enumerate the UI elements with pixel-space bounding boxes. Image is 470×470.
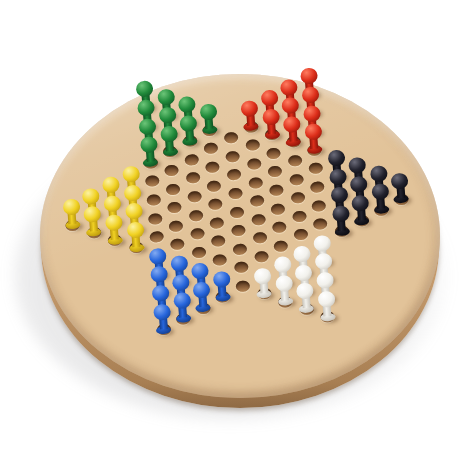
peg-white-c10-r10[interactable]: [274, 275, 294, 306]
hole-c9-r6[interactable]: [252, 232, 267, 244]
peg-head: [254, 267, 272, 284]
peg-head: [140, 136, 158, 153]
peg-yellow-c3-r3[interactable]: [125, 221, 145, 252]
peg-green-c5-r2[interactable]: [159, 125, 179, 156]
hole-c11-r7[interactable]: [293, 229, 308, 241]
peg-head: [314, 253, 332, 270]
hole-c5-r3[interactable]: [164, 164, 179, 176]
peg-head: [160, 125, 178, 142]
peg-field: [0, 0, 470, 470]
peg-head: [153, 303, 171, 320]
peg-head: [331, 205, 349, 222]
peg-head: [193, 281, 211, 298]
peg-yellow-c2-r2[interactable]: [104, 214, 124, 245]
peg-head: [102, 177, 120, 194]
hole-c11-r6[interactable]: [292, 210, 307, 222]
peg-head: [327, 150, 345, 167]
peg-white-c11-r11[interactable]: [296, 283, 316, 314]
peg-head: [351, 194, 369, 211]
peg-red-c11-r2[interactable]: [282, 116, 302, 147]
hole-c7-r6[interactable]: [211, 235, 226, 247]
hole-c6-r7[interactable]: [191, 246, 206, 258]
peg-head: [304, 123, 322, 140]
peg-head: [293, 245, 311, 262]
peg-red-c9-r0[interactable]: [240, 100, 260, 131]
peg-head: [371, 183, 389, 200]
hole-c9-r2[interactable]: [246, 158, 261, 170]
peg-head: [158, 107, 176, 124]
peg-green-c4-r3[interactable]: [139, 136, 159, 167]
peg-head: [213, 270, 231, 287]
peg-black-c13-r3[interactable]: [331, 205, 351, 236]
peg-head: [170, 255, 188, 272]
peg-head: [122, 166, 140, 183]
peg-head: [296, 283, 314, 300]
hole-c10-r4[interactable]: [269, 184, 284, 196]
hole-c6-r5[interactable]: [189, 209, 204, 221]
hole-c12-r6[interactable]: [312, 200, 327, 212]
hole-c7-r7[interactable]: [213, 254, 228, 266]
hole-c7-r4[interactable]: [208, 198, 223, 210]
peg-head: [317, 290, 335, 307]
hole-c5-r6[interactable]: [169, 220, 184, 232]
peg-blue-c6-r10[interactable]: [192, 281, 212, 312]
hole-c10-r7[interactable]: [274, 240, 289, 252]
hole-c10-r6[interactable]: [272, 221, 287, 233]
hole-c9-r1[interactable]: [245, 139, 260, 151]
peg-white-c12-r12[interactable]: [317, 290, 337, 321]
peg-head: [282, 97, 300, 114]
hole-c6-r4[interactable]: [187, 191, 202, 203]
peg-head: [137, 99, 155, 116]
peg-yellow-c1-r1[interactable]: [83, 206, 103, 237]
hole-c9-r5[interactable]: [251, 214, 266, 226]
peg-blue-c4-r12[interactable]: [153, 303, 173, 334]
hole-c6-r3[interactable]: [186, 172, 201, 184]
peg-head: [103, 195, 121, 212]
peg-head: [152, 285, 170, 302]
hole-c10-r2[interactable]: [266, 147, 281, 159]
peg-red-c12-r3[interactable]: [304, 123, 324, 154]
peg-head: [262, 108, 280, 125]
peg-blue-c5-r11[interactable]: [172, 292, 192, 323]
peg-head: [126, 221, 144, 238]
hole-c8-r0[interactable]: [224, 132, 239, 144]
hole-c8-r5[interactable]: [231, 225, 246, 237]
hole-c10-r3[interactable]: [268, 166, 283, 178]
peg-head: [173, 292, 191, 309]
hole-c8-r8[interactable]: [235, 280, 250, 292]
hole-c4-r6[interactable]: [147, 212, 162, 224]
peg-green-c7-r0[interactable]: [199, 104, 219, 135]
hole-c11-r5[interactable]: [290, 192, 305, 204]
peg-black-c16-r0[interactable]: [390, 172, 410, 203]
hole-c8-r1[interactable]: [225, 150, 240, 162]
peg-head: [300, 68, 318, 85]
peg-black-c15-r1[interactable]: [370, 183, 390, 214]
hole-c9-r4[interactable]: [249, 195, 264, 207]
peg-black-c14-r2[interactable]: [351, 194, 371, 225]
peg-head: [273, 256, 291, 273]
peg-head: [105, 214, 123, 231]
hole-c9-r3[interactable]: [248, 177, 263, 189]
hole-c11-r3[interactable]: [288, 155, 303, 167]
peg-head: [199, 104, 217, 121]
peg-head: [171, 274, 189, 291]
peg-head: [303, 105, 321, 122]
peg-head: [180, 114, 198, 131]
hole-c12-r7[interactable]: [313, 218, 328, 230]
peg-head: [150, 266, 168, 283]
peg-white-c9-r9[interactable]: [253, 267, 273, 298]
peg-yellow-c0-r0[interactable]: [62, 198, 82, 229]
peg-head: [240, 100, 258, 117]
peg-head: [149, 248, 167, 265]
hole-c12-r4[interactable]: [309, 162, 324, 174]
hole-c8-r2[interactable]: [227, 169, 242, 181]
peg-head: [191, 263, 209, 280]
peg-head: [313, 235, 331, 252]
peg-head: [138, 118, 156, 135]
hole-c7-r1[interactable]: [204, 143, 219, 155]
peg-head: [136, 81, 154, 98]
hole-c8-r6[interactable]: [233, 243, 248, 255]
hole-c8-r3[interactable]: [228, 187, 243, 199]
peg-head: [369, 165, 387, 182]
peg-head: [83, 206, 101, 223]
hole-c8-r4[interactable]: [230, 206, 245, 218]
hole-c4-r5[interactable]: [146, 194, 161, 206]
hole-c9-r7[interactable]: [254, 251, 269, 263]
hole-c4-r7[interactable]: [149, 231, 164, 243]
hole-c7-r3[interactable]: [207, 180, 222, 192]
scene: [0, 0, 470, 470]
hole-c5-r7[interactable]: [170, 239, 185, 251]
hole-c4-r4[interactable]: [145, 175, 160, 187]
hole-c6-r6[interactable]: [190, 228, 205, 240]
hole-c12-r5[interactable]: [310, 181, 325, 193]
peg-head: [157, 88, 175, 105]
hole-c10-r5[interactable]: [271, 203, 286, 215]
hole-c7-r2[interactable]: [205, 161, 220, 173]
peg-head: [178, 96, 196, 113]
peg-head: [391, 172, 409, 189]
peg-green-c6-r1[interactable]: [179, 114, 199, 145]
hole-c8-r7[interactable]: [234, 262, 249, 274]
peg-head: [280, 79, 298, 96]
peg-head: [82, 187, 100, 204]
peg-head: [301, 86, 319, 103]
peg-head: [123, 184, 141, 201]
hole-c7-r5[interactable]: [210, 217, 225, 229]
hole-c11-r4[interactable]: [289, 173, 304, 185]
hole-c5-r5[interactable]: [167, 202, 182, 214]
peg-head: [283, 116, 301, 133]
peg-head: [350, 176, 368, 193]
peg-head: [348, 157, 366, 174]
peg-head: [328, 168, 346, 185]
peg-head: [275, 275, 293, 292]
peg-head: [316, 272, 334, 289]
hole-c6-r2[interactable]: [184, 154, 199, 166]
peg-red-c10-r1[interactable]: [261, 108, 281, 139]
peg-blue-c7-r9[interactable]: [212, 270, 232, 301]
peg-head: [62, 198, 80, 215]
peg-head: [260, 89, 278, 106]
hole-c5-r4[interactable]: [166, 183, 181, 195]
peg-head: [330, 187, 348, 204]
peg-head: [125, 203, 143, 220]
peg-head: [295, 264, 313, 281]
